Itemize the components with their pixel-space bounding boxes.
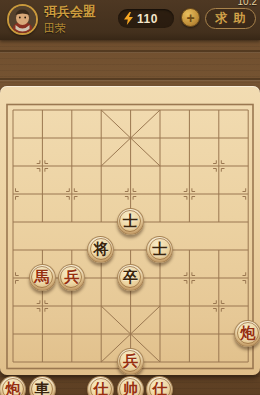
piece-red-仕[interactable]: 仕: [87, 376, 114, 395]
top-bar: 弭兵会盟 田荣 110 + 求助: [0, 0, 260, 40]
piece-character: 帅: [123, 382, 138, 395]
piece-black-士[interactable]: 士: [146, 236, 173, 263]
energy-pill: 110: [118, 9, 174, 28]
piece-black-将[interactable]: 将: [87, 236, 114, 263]
avatar-portrait: [9, 6, 36, 33]
piece-character: 仕: [152, 382, 167, 395]
add-energy-button[interactable]: +: [181, 8, 200, 27]
piece-character: 士: [123, 214, 138, 229]
piece-character: 炮: [5, 382, 20, 395]
piece-character: 卒: [123, 270, 138, 285]
help-button[interactable]: 求助: [205, 8, 256, 29]
opponent-name: 田荣: [44, 22, 96, 35]
piece-character: 炮: [240, 326, 255, 341]
level-title: 弭兵会盟: [44, 5, 96, 20]
wood-plank-groove: [0, 78, 260, 80]
game-screen: 弭兵会盟 田荣 110 + 求助 10.2 士将士馬兵卒炮兵炮車仕帅仕車馬: [0, 0, 260, 395]
piece-red-兵[interactable]: 兵: [58, 264, 85, 291]
piece-red-炮[interactable]: 炮: [0, 376, 26, 395]
piece-red-兵[interactable]: 兵: [117, 348, 144, 375]
help-button-label: 求助: [210, 10, 252, 27]
lightning-icon: [124, 12, 133, 25]
opponent-avatar[interactable]: [7, 4, 38, 35]
piece-character: 士: [152, 242, 167, 257]
plus-icon: +: [186, 11, 194, 25]
piece-character: 馬: [35, 270, 50, 285]
corner-score-text: 10.2: [238, 0, 257, 7]
piece-character: 兵: [123, 354, 138, 369]
piece-red-炮[interactable]: 炮: [234, 320, 260, 347]
xiangqi-board[interactable]: 士将士馬兵卒炮兵炮車仕帅仕車馬: [0, 86, 260, 375]
energy-value: 110: [137, 12, 158, 26]
piece-character: 仕: [93, 382, 108, 395]
piece-black-車[interactable]: 車: [29, 376, 56, 395]
piece-black-士[interactable]: 士: [117, 208, 144, 235]
piece-character: 車: [35, 382, 50, 395]
piece-red-仕[interactable]: 仕: [146, 376, 173, 395]
wood-plank-groove: [0, 50, 260, 52]
piece-red-馬[interactable]: 馬: [29, 264, 56, 291]
piece-character: 兵: [64, 270, 79, 285]
piece-character: 将: [93, 242, 108, 257]
player-info: 弭兵会盟 田荣: [44, 5, 96, 35]
piece-black-卒[interactable]: 卒: [117, 264, 144, 291]
board-grid: 士将士馬兵卒炮兵炮車仕帅仕車馬: [0, 182, 260, 395]
piece-red-帅[interactable]: 帅: [117, 376, 144, 395]
